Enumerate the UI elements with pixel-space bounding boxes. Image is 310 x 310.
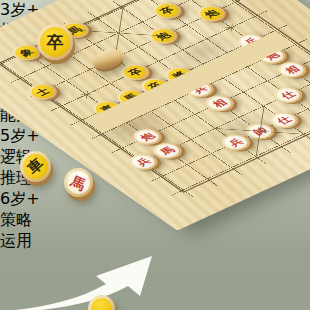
held-piece[interactable]: 卒: [37, 24, 73, 60]
captured-piece-red[interactable]: 馬: [64, 168, 93, 197]
growth-arrow-icon: [0, 252, 164, 310]
captured-piece-yellow[interactable]: 車: [20, 151, 51, 182]
trait-line: 运用: [0, 231, 310, 252]
piece-char: 卒: [40, 27, 70, 57]
product-photo-stage: 象馬卒士炮炮卒車馬卒將兵兵炮炮相相兵馬仕兵帥仕 車 馬 卒 3岁+ 规则 意识: [0, 0, 310, 310]
